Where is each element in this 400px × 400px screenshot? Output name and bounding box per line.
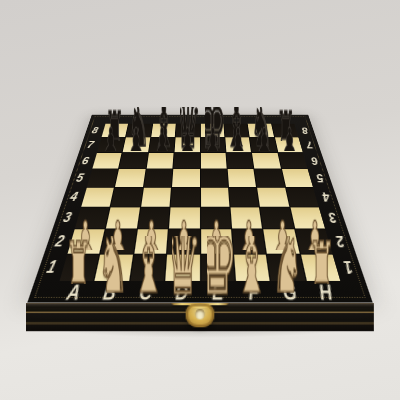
box-front-edge bbox=[26, 303, 374, 332]
black-pawn-icon: ♟ bbox=[204, 127, 222, 163]
pieces-layer: ♜♞♝♛♚♝♞♜♟♟♟♟♟♟♟♟♟♟♟♟♟♟♟♟♜♞♝♛♚♝♞♜ bbox=[60, 124, 341, 281]
piece-black-pawn-a7[interactable]: ♟ bbox=[103, 120, 119, 156]
piece-black-pawn-d7[interactable]: ♟ bbox=[179, 120, 195, 156]
black-pawn-icon: ♟ bbox=[153, 127, 171, 163]
clasp-ornament-icon bbox=[186, 304, 215, 327]
piece-black-pawn-g7[interactable]: ♟ bbox=[256, 120, 272, 156]
piece-white-knight-g1[interactable]: ♞ bbox=[276, 236, 298, 285]
white-knight-icon: ♞ bbox=[98, 233, 129, 296]
rank-label-right-5: 5 bbox=[306, 164, 334, 192]
piece-black-pawn-b7[interactable]: ♟ bbox=[128, 120, 144, 156]
white-queen-icon: ♛ bbox=[164, 223, 201, 298]
piece-white-king-e1[interactable]: ♚ bbox=[207, 236, 229, 285]
piece-white-rook-a1[interactable]: ♜ bbox=[68, 236, 90, 285]
piece-black-pawn-f7[interactable]: ♟ bbox=[230, 120, 246, 156]
piece-white-rook-h1[interactable]: ♜ bbox=[311, 236, 333, 285]
black-pawn-icon: ♟ bbox=[255, 127, 273, 163]
photo-scene: ♜♞♝♛♚♝♞♜♟♟♟♟♟♟♟♟♟♟♟♟♟♟♟♟♜♞♝♛♚♝♞♜ 8765432… bbox=[0, 0, 400, 400]
piece-white-bishop-c1[interactable]: ♝ bbox=[137, 236, 159, 285]
piece-black-pawn-e7[interactable]: ♟ bbox=[205, 120, 221, 156]
piece-white-bishop-f1[interactable]: ♝ bbox=[241, 236, 263, 285]
black-pawn-icon: ♟ bbox=[178, 127, 196, 163]
piece-white-queen-d1[interactable]: ♛ bbox=[172, 236, 194, 285]
black-pawn-icon: ♟ bbox=[229, 127, 247, 163]
black-pawn-icon: ♟ bbox=[127, 127, 145, 163]
piece-white-knight-b1[interactable]: ♞ bbox=[103, 236, 125, 285]
black-pawn-icon: ♟ bbox=[281, 127, 299, 163]
piece-black-pawn-c7[interactable]: ♟ bbox=[154, 120, 170, 156]
chess-board: ♜♞♝♛♚♝♞♜♟♟♟♟♟♟♟♟♟♟♟♟♟♟♟♟♜♞♝♛♚♝♞♜ 8765432… bbox=[27, 115, 372, 303]
brass-clasp bbox=[169, 299, 231, 328]
white-knight-icon: ♞ bbox=[271, 233, 302, 296]
black-pawn-icon: ♟ bbox=[102, 127, 120, 163]
